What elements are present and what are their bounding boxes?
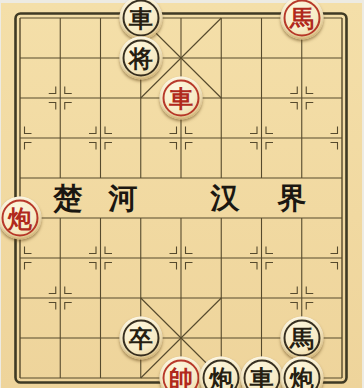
point-marker (331, 143, 338, 150)
piece-black-soldier[interactable]: 卒 (119, 317, 162, 360)
point-marker (250, 247, 257, 254)
point-marker (250, 143, 257, 150)
piece-glyph: 車 (169, 86, 193, 110)
point-marker (65, 103, 72, 110)
point-marker (25, 143, 32, 150)
point-marker (49, 303, 56, 310)
point-marker (105, 247, 112, 254)
point-marker (105, 127, 112, 134)
piece-red-cannon[interactable]: 炮 (0, 197, 42, 240)
point-marker (49, 287, 56, 294)
point-marker (105, 263, 112, 270)
point-marker (170, 247, 177, 254)
piece-glyph: 馬 (290, 6, 314, 30)
piece-glyph: 車 (129, 6, 153, 30)
point-marker (170, 143, 177, 150)
point-marker (186, 143, 193, 150)
piece-glyph: 炮 (290, 366, 314, 388)
point-marker (89, 143, 96, 150)
piece-black-horse[interactable]: 馬 (280, 317, 323, 360)
point-marker (266, 247, 273, 254)
point-marker (331, 247, 338, 254)
point-marker (65, 87, 72, 94)
point-marker (170, 127, 177, 134)
piece-black-general[interactable]: 将 (119, 37, 162, 80)
point-marker (331, 263, 338, 270)
piece-glyph: 帥 (169, 366, 193, 388)
point-marker (89, 263, 96, 270)
point-marker (49, 87, 56, 94)
river-label-char: 河 (109, 179, 138, 219)
point-marker (306, 103, 313, 110)
piece-glyph: 炮 (8, 206, 32, 230)
point-marker (89, 127, 96, 134)
point-marker (306, 87, 313, 94)
point-marker (306, 303, 313, 310)
point-marker (266, 263, 273, 270)
xiangqi-app: 楚河汉界 車馬将車炮卒馬帥炮車炮 (0, 0, 364, 388)
piece-glyph: 車 (250, 366, 274, 388)
point-marker (331, 127, 338, 134)
point-marker (65, 303, 72, 310)
point-marker (290, 303, 297, 310)
point-marker (25, 263, 32, 270)
river-label-char: 界 (278, 179, 307, 219)
point-marker (290, 287, 297, 294)
piece-glyph: 将 (129, 46, 153, 70)
point-marker (105, 143, 112, 150)
point-marker (186, 263, 193, 270)
point-marker (65, 287, 72, 294)
point-marker (25, 127, 32, 134)
point-marker (266, 127, 273, 134)
point-marker (290, 87, 297, 94)
point-marker (250, 127, 257, 134)
point-marker (306, 287, 313, 294)
point-marker (250, 263, 257, 270)
point-marker (25, 247, 32, 254)
piece-glyph: 炮 (209, 366, 233, 388)
point-marker (266, 143, 273, 150)
point-marker (290, 103, 297, 110)
point-marker (186, 247, 193, 254)
point-marker (170, 263, 177, 270)
piece-glyph: 卒 (129, 326, 153, 350)
river-label-char: 楚 (54, 179, 83, 219)
river-label-char: 汉 (211, 179, 240, 219)
piece-red-chariot[interactable]: 車 (160, 77, 203, 120)
point-marker (186, 127, 193, 134)
point-marker (89, 247, 96, 254)
piece-glyph: 馬 (290, 326, 314, 350)
point-marker (49, 103, 56, 110)
